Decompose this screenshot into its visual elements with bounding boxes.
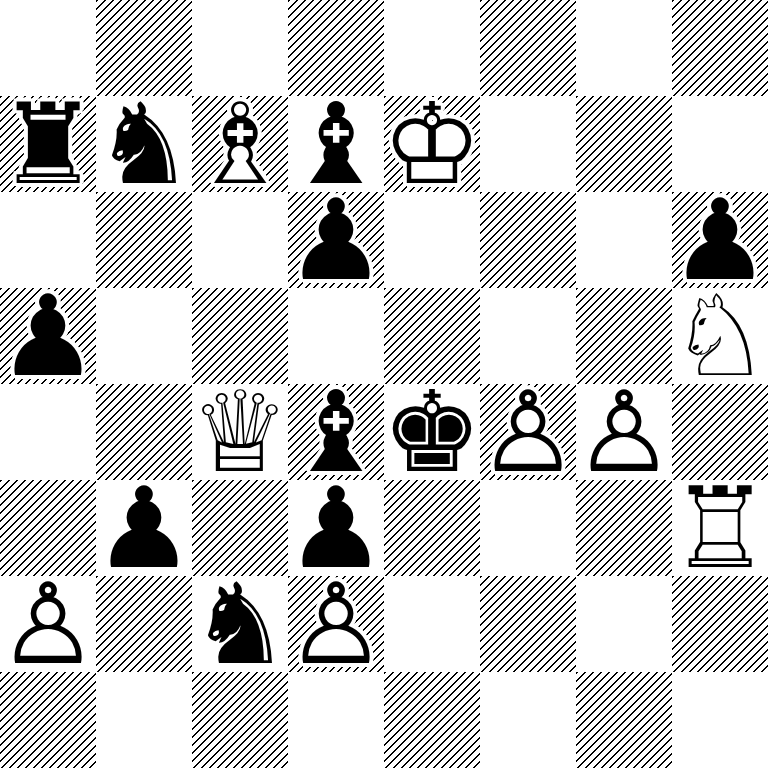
square-c4[interactable]: ♛♕ <box>192 384 288 480</box>
piece-white-bishop: ♝♗ <box>190 88 290 200</box>
square-f8[interactable] <box>480 0 576 96</box>
white-pawn-icon: ♙ <box>286 568 386 680</box>
square-f1[interactable] <box>480 672 576 768</box>
piece-white-pawn: ♟♙ <box>286 568 386 680</box>
piece-black-knight: ♞♞ <box>94 88 194 200</box>
black-pawn-icon: ♟ <box>286 184 386 296</box>
square-e7[interactable]: ♚♔ <box>384 96 480 192</box>
piece-white-pawn: ♟♙ <box>574 376 674 488</box>
white-king-icon: ♔ <box>382 88 482 200</box>
square-e1[interactable] <box>384 672 480 768</box>
square-b3[interactable]: ♟♟ <box>96 480 192 576</box>
square-g1[interactable] <box>576 672 672 768</box>
square-b2[interactable] <box>96 576 192 672</box>
piece-white-queen: ♛♕ <box>190 376 290 488</box>
square-h2[interactable] <box>672 576 768 672</box>
black-knight-icon: ♞ <box>94 88 194 200</box>
square-c7[interactable]: ♝♗ <box>192 96 288 192</box>
square-h1[interactable] <box>672 672 768 768</box>
white-pawn-icon: ♙ <box>574 376 674 488</box>
square-g4[interactable]: ♟♙ <box>576 384 672 480</box>
black-rook-icon: ♜ <box>0 88 98 200</box>
square-e2[interactable] <box>384 576 480 672</box>
square-d2[interactable]: ♟♙ <box>288 576 384 672</box>
square-b7[interactable]: ♞♞ <box>96 96 192 192</box>
black-king-icon: ♚ <box>382 376 482 488</box>
chessboard: ♜♜♞♞♝♗♝♝♚♔♟♟♟♟♟♟♞♘♛♕♝♝♚♚♟♙♟♙♟♟♟♟♜♖♟♙♞♞♟♙ <box>0 0 768 768</box>
square-c6[interactable] <box>192 192 288 288</box>
square-b5[interactable] <box>96 288 192 384</box>
square-f7[interactable] <box>480 96 576 192</box>
black-knight-icon: ♞ <box>190 568 290 680</box>
white-queen-icon: ♕ <box>190 376 290 488</box>
square-g3[interactable] <box>576 480 672 576</box>
square-g7[interactable] <box>576 96 672 192</box>
square-g6[interactable] <box>576 192 672 288</box>
white-pawn-icon: ♙ <box>478 376 578 488</box>
square-c2[interactable]: ♞♞ <box>192 576 288 672</box>
square-f2[interactable] <box>480 576 576 672</box>
square-e3[interactable] <box>384 480 480 576</box>
square-f4[interactable]: ♟♙ <box>480 384 576 480</box>
square-a1[interactable] <box>0 672 96 768</box>
piece-black-pawn: ♟♟ <box>94 472 194 584</box>
square-h3[interactable]: ♜♖ <box>672 480 768 576</box>
square-a5[interactable]: ♟♟ <box>0 288 96 384</box>
piece-black-king: ♚♚ <box>382 376 482 488</box>
square-a2[interactable]: ♟♙ <box>0 576 96 672</box>
piece-black-knight: ♞♞ <box>190 568 290 680</box>
square-h8[interactable] <box>672 0 768 96</box>
square-b1[interactable] <box>96 672 192 768</box>
square-f6[interactable] <box>480 192 576 288</box>
piece-white-pawn: ♟♙ <box>478 376 578 488</box>
piece-white-king: ♚♔ <box>382 88 482 200</box>
square-c1[interactable] <box>192 672 288 768</box>
square-b6[interactable] <box>96 192 192 288</box>
piece-black-pawn: ♟♟ <box>0 280 98 392</box>
square-e6[interactable] <box>384 192 480 288</box>
piece-black-rook: ♜♜ <box>0 88 98 200</box>
white-rook-icon: ♖ <box>670 472 768 584</box>
square-g2[interactable] <box>576 576 672 672</box>
piece-white-pawn: ♟♙ <box>0 568 98 680</box>
square-e4[interactable]: ♚♚ <box>384 384 480 480</box>
square-a7[interactable]: ♜♜ <box>0 96 96 192</box>
square-f3[interactable] <box>480 480 576 576</box>
piece-white-rook: ♜♖ <box>670 472 768 584</box>
piece-white-knight: ♞♘ <box>670 280 768 392</box>
square-d1[interactable] <box>288 672 384 768</box>
square-a4[interactable] <box>0 384 96 480</box>
black-pawn-icon: ♟ <box>0 280 98 392</box>
piece-black-pawn: ♟♟ <box>286 184 386 296</box>
square-g8[interactable] <box>576 0 672 96</box>
white-bishop-icon: ♗ <box>190 88 290 200</box>
white-knight-icon: ♘ <box>670 280 768 392</box>
black-pawn-icon: ♟ <box>94 472 194 584</box>
square-h5[interactable]: ♞♘ <box>672 288 768 384</box>
square-d6[interactable]: ♟♟ <box>288 192 384 288</box>
white-pawn-icon: ♙ <box>0 568 98 680</box>
chess-diagram: ♜♜♞♞♝♗♝♝♚♔♟♟♟♟♟♟♞♘♛♕♝♝♚♚♟♙♟♙♟♟♟♟♜♖♟♙♞♞♟♙ <box>0 0 768 768</box>
